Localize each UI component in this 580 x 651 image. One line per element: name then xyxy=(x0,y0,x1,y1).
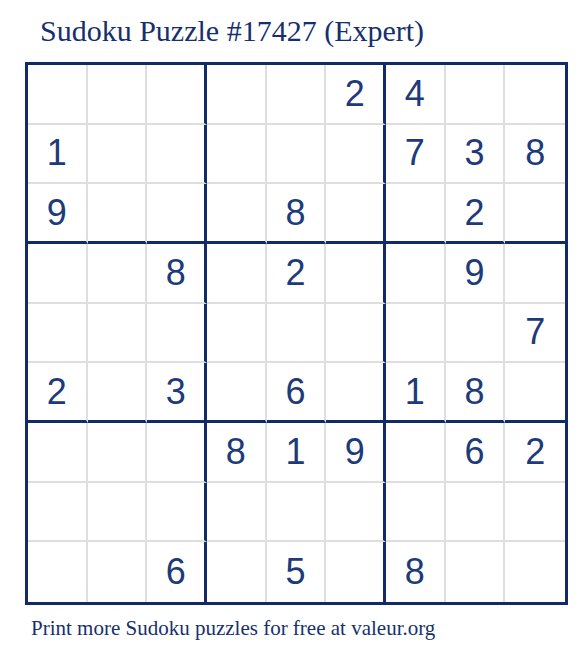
cell-r6c2[interactable] xyxy=(88,363,148,423)
cell-r2c1[interactable]: 1 xyxy=(28,125,88,185)
cell-r5c9[interactable]: 7 xyxy=(505,304,565,364)
cell-r1c9[interactable] xyxy=(505,65,565,125)
cell-r6c3[interactable]: 3 xyxy=(147,363,207,423)
cell-r7c8[interactable]: 6 xyxy=(446,423,506,483)
cell-r4c6[interactable] xyxy=(326,244,386,304)
cell-r1c3[interactable] xyxy=(147,65,207,125)
cell-r2c7[interactable]: 7 xyxy=(386,125,446,185)
sudoku-page: Sudoku Puzzle #17427 (Expert) 2417389828… xyxy=(0,0,580,651)
cell-r6c5[interactable]: 6 xyxy=(267,363,327,423)
cell-r7c2[interactable] xyxy=(88,423,148,483)
cell-r9c1[interactable] xyxy=(28,542,88,602)
cell-r8c7[interactable] xyxy=(386,483,446,543)
cell-r9c3[interactable]: 6 xyxy=(147,542,207,602)
puzzle-title: Sudoku Puzzle #17427 (Expert) xyxy=(0,0,580,49)
cell-r3c9[interactable] xyxy=(505,184,565,244)
cell-r3c1[interactable]: 9 xyxy=(28,184,88,244)
sudoku-board: 24173898282972361881962658 xyxy=(25,62,568,605)
cell-r7c3[interactable] xyxy=(147,423,207,483)
cell-r1c5[interactable] xyxy=(267,65,327,125)
cell-r5c2[interactable] xyxy=(88,304,148,364)
cell-r5c6[interactable] xyxy=(326,304,386,364)
cell-r8c5[interactable] xyxy=(267,483,327,543)
cell-r5c3[interactable] xyxy=(147,304,207,364)
cell-r7c4[interactable]: 8 xyxy=(207,423,267,483)
footer-text: Print more Sudoku puzzles for free at va… xyxy=(0,605,580,641)
cell-r4c9[interactable] xyxy=(505,244,565,304)
cell-r5c5[interactable] xyxy=(267,304,327,364)
cell-r1c2[interactable] xyxy=(88,65,148,125)
cell-r8c6[interactable] xyxy=(326,483,386,543)
cell-r4c4[interactable] xyxy=(207,244,267,304)
cell-r9c7[interactable]: 8 xyxy=(386,542,446,602)
cell-r9c8[interactable] xyxy=(446,542,506,602)
cell-r5c4[interactable] xyxy=(207,304,267,364)
cell-r2c2[interactable] xyxy=(88,125,148,185)
cell-r5c7[interactable] xyxy=(386,304,446,364)
cell-r9c4[interactable] xyxy=(207,542,267,602)
cell-r2c5[interactable] xyxy=(267,125,327,185)
cell-r1c7[interactable]: 4 xyxy=(386,65,446,125)
cell-r6c6[interactable] xyxy=(326,363,386,423)
cell-r3c6[interactable] xyxy=(326,184,386,244)
cell-r2c6[interactable] xyxy=(326,125,386,185)
cell-r3c7[interactable] xyxy=(386,184,446,244)
cell-r8c3[interactable] xyxy=(147,483,207,543)
cell-r6c8[interactable]: 8 xyxy=(446,363,506,423)
cell-r6c7[interactable]: 1 xyxy=(386,363,446,423)
cell-r7c6[interactable]: 9 xyxy=(326,423,386,483)
cell-r5c1[interactable] xyxy=(28,304,88,364)
cell-r1c1[interactable] xyxy=(28,65,88,125)
cell-r4c5[interactable]: 2 xyxy=(267,244,327,304)
cell-r3c4[interactable] xyxy=(207,184,267,244)
cell-r4c1[interactable] xyxy=(28,244,88,304)
cell-r7c5[interactable]: 1 xyxy=(267,423,327,483)
cell-r1c8[interactable] xyxy=(446,65,506,125)
cell-r8c8[interactable] xyxy=(446,483,506,543)
cell-r9c5[interactable]: 5 xyxy=(267,542,327,602)
cell-r3c3[interactable] xyxy=(147,184,207,244)
cell-r4c7[interactable] xyxy=(386,244,446,304)
cell-r4c2[interactable] xyxy=(88,244,148,304)
cell-r3c8[interactable]: 2 xyxy=(446,184,506,244)
cell-r1c4[interactable] xyxy=(207,65,267,125)
cell-r8c9[interactable] xyxy=(505,483,565,543)
cell-r5c8[interactable] xyxy=(446,304,506,364)
cell-r4c8[interactable]: 9 xyxy=(446,244,506,304)
cell-r4c3[interactable]: 8 xyxy=(147,244,207,304)
cell-r7c7[interactable] xyxy=(386,423,446,483)
cell-r1c6[interactable]: 2 xyxy=(326,65,386,125)
cell-r2c9[interactable]: 8 xyxy=(505,125,565,185)
cell-r7c9[interactable]: 2 xyxy=(505,423,565,483)
cell-r2c3[interactable] xyxy=(147,125,207,185)
cell-r8c2[interactable] xyxy=(88,483,148,543)
cell-r8c1[interactable] xyxy=(28,483,88,543)
cell-r9c9[interactable] xyxy=(505,542,565,602)
cell-r8c4[interactable] xyxy=(207,483,267,543)
cell-r6c4[interactable] xyxy=(207,363,267,423)
cell-r2c4[interactable] xyxy=(207,125,267,185)
cell-r2c8[interactable]: 3 xyxy=(446,125,506,185)
cell-r3c2[interactable] xyxy=(88,184,148,244)
cell-r6c9[interactable] xyxy=(505,363,565,423)
cell-r3c5[interactable]: 8 xyxy=(267,184,327,244)
cell-r9c6[interactable] xyxy=(326,542,386,602)
cell-r9c2[interactable] xyxy=(88,542,148,602)
cell-r6c1[interactable]: 2 xyxy=(28,363,88,423)
cell-r7c1[interactable] xyxy=(28,423,88,483)
